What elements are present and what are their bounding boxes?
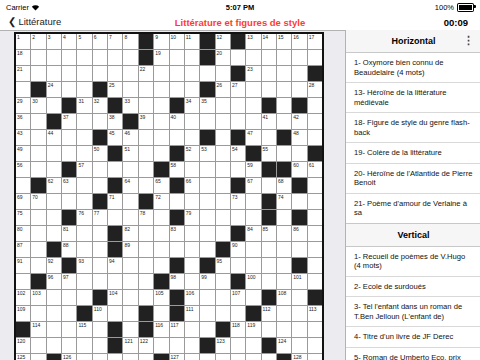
grid-cell[interactable] [308,194,322,209]
grid-cell[interactable]: 101 [292,274,306,289]
grid-cell[interactable] [200,226,214,241]
grid-cell[interactable] [185,130,199,145]
grid-cell[interactable]: 29 [16,98,30,113]
grid-cell[interactable] [62,146,76,161]
grid-cell[interactable]: 93 [77,258,91,273]
grid-cell[interactable] [216,162,230,177]
grid-cell[interactable]: 52 [185,146,199,161]
grid-cell[interactable]: 82 [123,226,137,241]
grid-cell[interactable] [154,306,168,321]
grid-cell[interactable] [47,98,61,113]
grid-cell[interactable] [216,274,230,289]
grid-cell[interactable] [93,242,107,257]
grid-cell[interactable] [93,274,107,289]
grid-cell[interactable] [185,226,199,241]
grid-cell[interactable]: 87 [16,242,30,257]
grid-cell[interactable] [62,194,76,209]
grid-cell[interactable] [154,146,168,161]
grid-cell[interactable] [308,242,322,257]
grid-cell[interactable] [200,306,214,321]
grid-cell[interactable]: 24 [47,82,61,97]
grid-cell[interactable]: 4 [62,34,76,49]
grid-cell[interactable]: 128 [292,354,306,360]
back-button[interactable]: ❮ Littérature [8,16,61,27]
grid-cell[interactable]: 2 [31,34,45,49]
grid-cell[interactable]: 89 [123,242,137,257]
grid-cell[interactable]: 54 [231,146,245,161]
grid-cell[interactable]: 109 [16,306,30,321]
grid-cell[interactable] [216,290,230,305]
clue-item[interactable]: 5- Roman de Umberto Eco, prix Médicis 19… [346,347,480,360]
grid-cell[interactable] [246,114,260,129]
grid-cell[interactable]: 57 [77,162,91,177]
grid-cell[interactable] [47,322,61,337]
grid-cell[interactable] [154,66,168,81]
grid-cell[interactable] [154,82,168,97]
grid-cell[interactable]: 51 [123,146,137,161]
grid-cell[interactable] [123,274,137,289]
grid-cell[interactable] [154,130,168,145]
grid-cell[interactable]: 95 [216,258,230,273]
grid-cell[interactable] [246,210,260,225]
grid-cell[interactable] [277,306,291,321]
grid-cell[interactable] [62,290,76,305]
grid-cell[interactable] [77,130,91,145]
grid-cell[interactable]: 123 [216,338,230,353]
grid-cell[interactable] [246,242,260,257]
grid-cell[interactable] [93,258,107,273]
grid-cell[interactable]: 117 [170,322,184,337]
grid-cell[interactable] [62,306,76,321]
grid-cell[interactable]: 112 [262,306,276,321]
grid-cell[interactable]: 42 [292,114,306,129]
grid-cell[interactable] [77,354,91,360]
grid-cell[interactable]: 75 [16,210,30,225]
grid-cell[interactable]: 20 [216,50,230,65]
grid-cell[interactable] [216,114,230,129]
grid-cell[interactable]: 85 [262,226,276,241]
grid-cell[interactable]: 115 [77,322,91,337]
grid-cell[interactable]: 8 [123,34,137,49]
grid-cell[interactable] [31,66,45,81]
grid-cell[interactable] [154,114,168,129]
grid-cell[interactable] [277,146,291,161]
grid-cell[interactable] [246,338,260,353]
grid-cell[interactable]: 90 [231,242,245,257]
grid-cell[interactable] [277,210,291,225]
grid-cell[interactable]: 9 [154,34,168,49]
grid-cell[interactable] [216,66,230,81]
grid-cell[interactable] [308,322,322,337]
grid-cell[interactable]: 63 [62,178,76,193]
grid-cell[interactable]: 43 [16,130,30,145]
grid-cell[interactable]: 28 [308,82,322,97]
clue-item[interactable]: 2- Ecole de surdoués [346,276,480,297]
grid-cell[interactable]: 84 [246,226,260,241]
grid-cell[interactable] [262,82,276,97]
grid-cell[interactable]: 110 [93,306,107,321]
grid-cell[interactable] [47,306,61,321]
clue-item[interactable]: 21- Poème d'amour de Verlaine à sa [346,193,480,223]
grid-cell[interactable] [31,210,45,225]
grid-cell[interactable] [185,50,199,65]
grid-cell[interactable] [93,338,107,353]
clue-item[interactable]: 20- Héroïne de l'Atlantide de Pierre Ben… [346,163,480,193]
grid-cell[interactable]: 124 [277,338,291,353]
grid-cell[interactable] [47,210,61,225]
grid-cell[interactable] [77,194,91,209]
clue-item[interactable]: 1- Recueil de poèmes de V.Hugo (4 mots) [346,247,480,276]
grid-cell[interactable] [277,274,291,289]
grid-cell[interactable]: 44 [47,130,61,145]
grid-cell[interactable] [292,290,306,305]
grid-cell[interactable] [231,98,245,113]
grid-cell[interactable]: 70 [31,194,45,209]
grid-cell[interactable]: 61 [308,162,322,177]
grid-cell[interactable] [93,162,107,177]
grid-cell[interactable]: 49 [16,146,30,161]
grid-cell[interactable] [62,50,76,65]
grid-cell[interactable]: 53 [200,146,214,161]
grid-cell[interactable] [77,178,91,193]
grid-cell[interactable] [108,354,122,360]
grid-cell[interactable]: 41 [262,114,276,129]
grid-cell[interactable] [170,242,184,257]
grid-cell[interactable] [170,50,184,65]
grid-cell[interactable]: 98 [170,274,184,289]
grid-cell[interactable] [216,226,230,241]
grid-cell[interactable] [231,114,245,129]
grid-cell[interactable] [123,162,137,177]
grid-cell[interactable]: 15 [277,34,291,49]
grid-cell[interactable] [62,66,76,81]
grid-cell[interactable] [185,338,199,353]
grid-cell[interactable] [139,130,153,145]
grid-cell[interactable]: 38 [108,114,122,129]
grid-cell[interactable] [31,146,45,161]
grid-cell[interactable]: 73 [231,194,245,209]
grid-cell[interactable] [292,66,306,81]
grid-cell[interactable] [154,258,168,273]
grid-cell[interactable] [246,82,260,97]
grid-cell[interactable] [292,194,306,209]
grid-cell[interactable] [123,306,137,321]
grid-cell[interactable] [62,82,76,97]
grid-cell[interactable] [47,66,61,81]
grid-cell[interactable]: 45 [108,130,122,145]
grid-cell[interactable]: 17 [308,34,322,49]
grid-cell[interactable]: 18 [16,50,30,65]
grid-cell[interactable] [185,354,199,360]
grid-cell[interactable] [185,82,199,97]
grid-cell[interactable] [123,194,137,209]
grid-cell[interactable] [154,210,168,225]
grid-cell[interactable] [185,322,199,337]
grid-cell[interactable] [139,274,153,289]
grid-cell[interactable] [292,322,306,337]
grid-cell[interactable] [108,274,122,289]
grid-cell[interactable] [93,66,107,81]
grid-cell[interactable]: 69 [16,194,30,209]
grid-cell[interactable] [185,242,199,257]
grid-cell[interactable]: 50 [93,146,107,161]
grid-cell[interactable] [216,306,230,321]
grid-cell[interactable] [31,306,45,321]
grid-cell[interactable] [200,290,214,305]
grid-cell[interactable]: 100 [246,274,260,289]
grid-cell[interactable]: 30 [31,98,45,113]
grid-cell[interactable]: 72 [154,194,168,209]
grid-cell[interactable] [246,354,260,360]
grid-cell[interactable]: 111 [185,306,199,321]
grid-cell[interactable] [93,114,107,129]
grid-cell[interactable] [123,82,137,97]
grid-cell[interactable] [262,130,276,145]
grid-cell[interactable]: 26 [216,82,230,97]
grid-cell[interactable] [262,50,276,65]
grid-cell[interactable] [308,178,322,193]
grid-cell[interactable] [216,194,230,209]
grid-cell[interactable] [47,290,61,305]
grid-cell[interactable]: 56 [16,162,30,177]
grid-cell[interactable] [77,50,91,65]
grid-cell[interactable] [292,242,306,257]
grid-cell[interactable] [77,146,91,161]
grid-cell[interactable] [123,50,137,65]
grid-cell[interactable] [308,98,322,113]
grid-cell[interactable]: 32 [93,98,107,113]
grid-cell[interactable]: 97 [62,274,76,289]
grid-cell[interactable] [185,114,199,129]
grid-cell[interactable] [77,66,91,81]
grid-cell[interactable]: 103 [31,290,45,305]
grid-cell[interactable]: 22 [139,66,153,81]
grid-cell[interactable] [139,146,153,161]
grid-cell[interactable] [185,194,199,209]
grid-cell[interactable] [93,50,107,65]
grid-cell[interactable] [170,66,184,81]
grid-cell[interactable] [246,98,260,113]
grid-cell[interactable] [108,66,122,81]
grid-cell[interactable] [292,338,306,353]
grid-cell[interactable]: 6 [93,34,107,49]
grid-cell[interactable] [93,354,107,360]
grid-cell[interactable] [277,50,291,65]
clue-item[interactable]: 4- Titre d'un livre de JF Derec [346,326,480,347]
grid-cell[interactable] [308,354,322,360]
grid-cell[interactable]: 40 [170,114,184,129]
grid-cell[interactable] [292,50,306,65]
grid-cell[interactable]: 36 [16,114,30,129]
grid-cell[interactable] [47,146,61,161]
grid-cell[interactable]: 5 [77,34,91,49]
grid-cell[interactable]: 120 [16,338,30,353]
grid-cell[interactable] [77,290,91,305]
grid-cell[interactable] [200,114,214,129]
grid-cell[interactable]: 13 [246,34,260,49]
grid-cell[interactable] [62,338,76,353]
grid-cell[interactable] [170,194,184,209]
grid-cell[interactable] [31,242,45,257]
grid-cell[interactable] [231,210,245,225]
grid-cell[interactable]: 106 [185,290,199,305]
clue-item[interactable]: 19- Colère de la littérature [346,142,480,163]
grid-cell[interactable] [31,354,45,360]
grid-cell[interactable] [139,258,153,273]
grid-cell[interactable]: 11 [185,34,199,49]
grid-cell[interactable]: 107 [231,290,245,305]
grid-cell[interactable]: 48 [292,130,306,145]
grid-cell[interactable]: 78 [139,210,153,225]
grid-cell[interactable]: 35 [200,98,214,113]
grid-cell[interactable] [47,162,61,177]
grid-cell[interactable] [231,354,245,360]
grid-cell[interactable] [77,274,91,289]
grid-cell[interactable] [123,66,137,81]
grid-cell[interactable] [231,162,245,177]
grid-cell[interactable]: 64 [123,178,137,193]
grid-cell[interactable] [277,242,291,257]
grid-cell[interactable]: 74 [277,194,291,209]
grid-cell[interactable] [231,338,245,353]
grid-cell[interactable] [246,258,260,273]
grid-cell[interactable]: 76 [77,210,91,225]
grid-cell[interactable]: 116 [154,322,168,337]
grid-cell[interactable] [277,98,291,113]
grid-cell[interactable]: 37 [62,114,76,129]
grid-cell[interactable] [139,98,153,113]
grid-cell[interactable]: 127 [170,354,184,360]
grid-cell[interactable] [31,162,45,177]
grid-cell[interactable] [200,178,214,193]
grid-cell[interactable] [185,258,199,273]
grid-cell[interactable] [277,322,291,337]
grid-cell[interactable] [16,178,30,193]
grid-cell[interactable] [123,210,137,225]
grid-cell[interactable] [246,194,260,209]
grid-cell[interactable] [31,130,45,145]
grid-cell[interactable] [308,274,322,289]
grid-cell[interactable] [277,114,291,129]
clue-item[interactable]: 3- Tel l'enfant dans un roman de T.Ben J… [346,296,480,326]
grid-cell[interactable]: 80 [16,226,30,241]
grid-cell[interactable]: 19 [154,50,168,65]
grid-cell[interactable]: 86 [292,226,306,241]
grid-cell[interactable] [308,114,322,129]
clue-item[interactable]: 1- Oxymore bien connu de Beaudelaire (4 … [346,53,480,82]
grid-cell[interactable]: 3 [47,34,61,49]
grid-cell[interactable] [231,50,245,65]
grid-cell[interactable]: 25 [108,82,122,97]
grid-cell[interactable] [31,114,45,129]
grid-cell[interactable] [139,354,153,360]
grid-cell[interactable] [262,274,276,289]
grid-cell[interactable] [77,242,91,257]
grid-cell[interactable]: 67 [246,178,260,193]
grid-cell[interactable] [308,226,322,241]
grid-cell[interactable]: 68 [277,178,291,193]
grid-cell[interactable]: 21 [16,66,30,81]
grid-cell[interactable] [216,146,230,161]
grid-cell[interactable] [200,322,214,337]
grid-cell[interactable] [262,258,276,273]
grid-cell[interactable]: 126 [62,354,76,360]
grid-cell[interactable] [123,322,137,337]
grid-cell[interactable]: 122 [139,338,153,353]
grid-cell[interactable] [216,130,230,145]
grid-cell[interactable] [200,66,214,81]
grid-cell[interactable] [262,66,276,81]
grid-cell[interactable]: 102 [16,290,30,305]
grid-cell[interactable] [77,82,91,97]
grid-cell[interactable] [185,66,199,81]
grid-cell[interactable]: 81 [62,226,76,241]
grid-cell[interactable]: 92 [47,258,61,273]
grid-cell[interactable] [231,258,245,273]
grid-cell[interactable] [47,194,61,209]
grid-cell[interactable] [216,210,230,225]
grid-cell[interactable]: 66 [185,178,199,193]
grid-cell[interactable]: 7 [108,34,122,49]
grid-cell[interactable] [139,242,153,257]
grid-cell[interactable]: 33 [123,98,137,113]
grid-cell[interactable]: 94 [108,258,122,273]
grid-cell[interactable]: 34 [185,98,199,113]
grid-cell[interactable] [31,258,45,273]
grid-cell[interactable] [108,306,122,321]
grid-cell[interactable]: 114 [31,322,45,337]
grid-cell[interactable]: 27 [231,82,245,97]
grid-cell[interactable]: 16 [292,34,306,49]
grid-cell[interactable] [154,226,168,241]
grid-cell[interactable]: 96 [47,274,61,289]
grid-cell[interactable] [139,290,153,305]
grid-cell[interactable]: 88 [62,242,76,257]
grid-cell[interactable] [31,226,45,241]
grid-cell[interactable] [154,338,168,353]
grid-cell[interactable]: 59 [246,162,260,177]
grid-cell[interactable]: 10 [170,34,184,49]
grid-cell[interactable]: 121 [123,338,137,353]
grid-cell[interactable] [292,146,306,161]
grid-cell[interactable] [200,242,214,257]
grid-cell[interactable] [292,82,306,97]
grid-cell[interactable] [262,178,276,193]
grid-cell[interactable] [246,50,260,65]
grid-cell[interactable] [62,322,76,337]
grid-cell[interactable] [200,194,214,209]
grid-cell[interactable] [262,354,276,360]
grid-cell[interactable]: 12 [216,34,230,49]
clue-item[interactable]: 13- Héroïne de la littérature médiévale [346,82,480,112]
grid-cell[interactable]: 14 [262,34,276,49]
grid-cell[interactable] [47,226,61,241]
grid-cell[interactable] [31,338,45,353]
grid-cell[interactable] [277,226,291,241]
grid-cell[interactable] [16,274,30,289]
grid-cell[interactable] [308,50,322,65]
grid-cell[interactable]: 77 [93,210,107,225]
grid-cell[interactable]: 104 [108,290,122,305]
grid-cell[interactable] [277,82,291,97]
grid-cell[interactable]: 23 [246,66,260,81]
grid-cell[interactable] [246,290,260,305]
grid-cell[interactable]: 118 [231,322,245,337]
grid-cell[interactable] [93,322,107,337]
grid-cell[interactable]: 39 [139,114,153,129]
grid-cell[interactable] [108,162,122,177]
grid-cell[interactable] [16,82,30,97]
